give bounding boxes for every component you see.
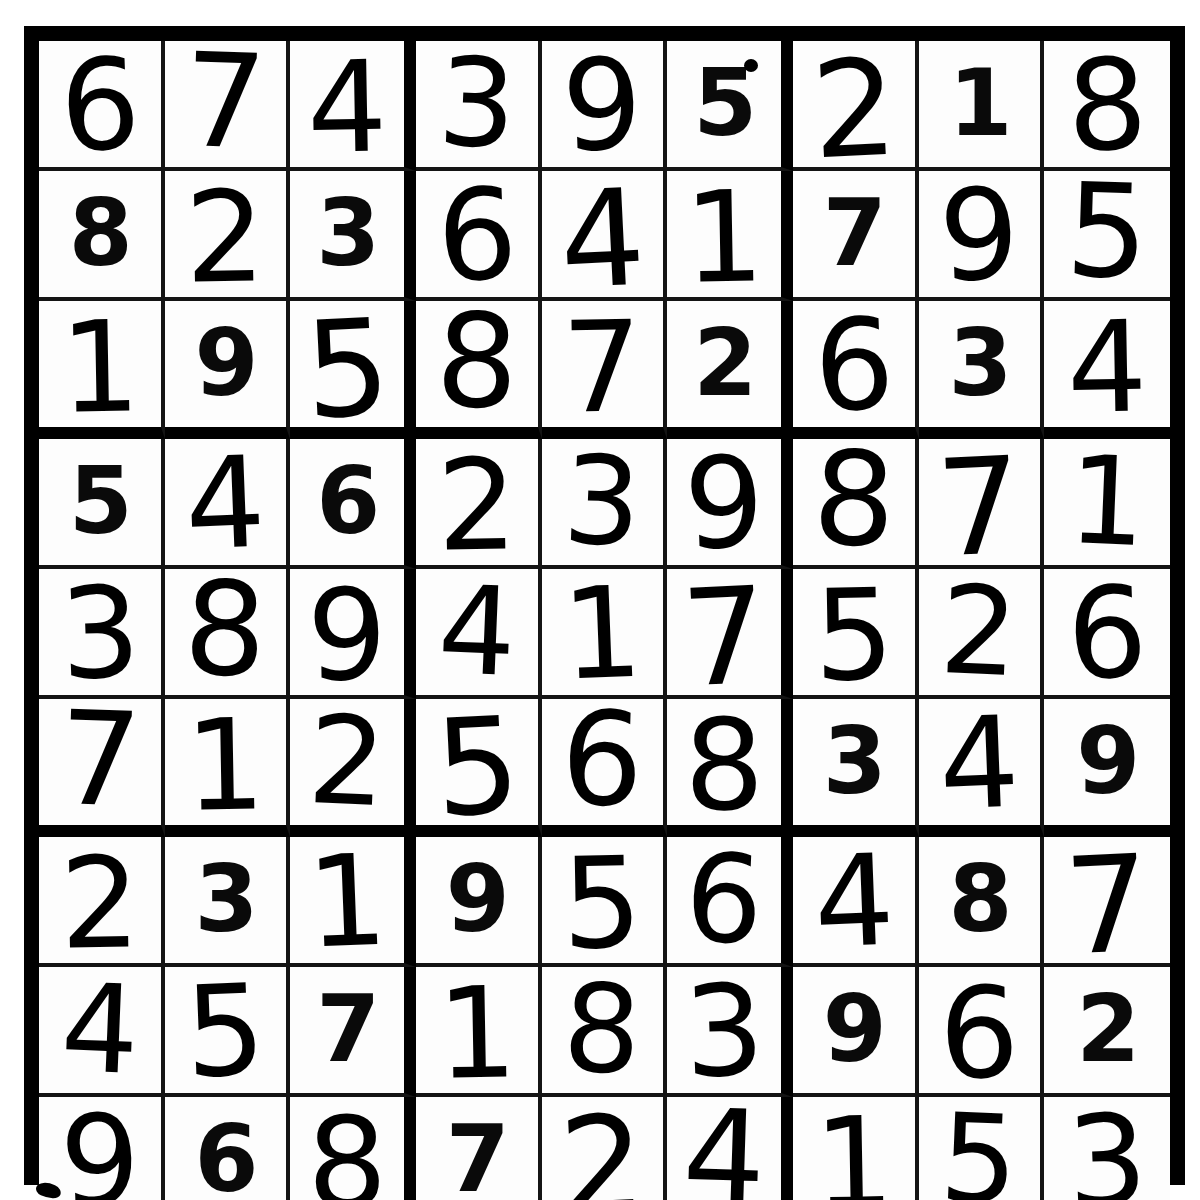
cell-r3c8[interactable]: 3	[919, 301, 1045, 439]
cell-r1c7[interactable]: 2	[793, 41, 919, 171]
handwritten-digit-r5c7: 5	[813, 572, 895, 699]
cell-r8c8[interactable]: 6	[919, 967, 1045, 1097]
handwritten-digit-r2c6: 1	[683, 174, 765, 301]
handwritten-digit-r6c1: 7	[57, 694, 144, 826]
handwritten-digit-r7c5: 5	[561, 840, 643, 967]
handwritten-digit-r4c9: 1	[1066, 439, 1149, 564]
cell-r9c4[interactable]: 7	[416, 1097, 542, 1200]
handwritten-digit-r4c6: 9	[682, 440, 767, 569]
handwritten-digit-r1c9: 8	[1065, 42, 1150, 171]
cell-r3c4[interactable]: 8	[416, 301, 542, 439]
cell-r8c6[interactable]: 3	[667, 967, 793, 1097]
cell-r2c1[interactable]: 8	[39, 171, 165, 301]
cell-r5c9[interactable]: 6	[1044, 569, 1170, 699]
given-digit-r8c7: 9	[823, 984, 885, 1076]
cell-r6c5[interactable]: 6	[542, 699, 668, 837]
cell-r3c3[interactable]: 5	[290, 301, 416, 439]
cell-r4c2[interactable]: 4	[165, 439, 291, 569]
cell-r8c3[interactable]: 7	[290, 967, 416, 1097]
cell-r7c4[interactable]: 9	[416, 837, 542, 967]
handwritten-digit-r4c2: 4	[183, 440, 268, 569]
cell-r7c3[interactable]: 1	[290, 837, 416, 967]
cell-r8c9[interactable]: 2	[1044, 967, 1170, 1097]
cell-r8c4[interactable]: 1	[416, 967, 542, 1097]
handwritten-digit-r4c5: 3	[561, 439, 644, 564]
given-digit-r6c7: 3	[823, 716, 885, 808]
given-digit-r8c3: 7	[316, 984, 378, 1076]
cell-r6c1[interactable]: 7	[39, 699, 165, 837]
cell-r5c5[interactable]: 1	[542, 569, 668, 699]
handwritten-digit-r1c2: 7	[182, 36, 269, 168]
cell-r8c2[interactable]: 5	[165, 967, 291, 1097]
cell-r9c6[interactable]: 4	[667, 1097, 793, 1200]
handwritten-digit-r1c5: 9	[560, 42, 645, 171]
handwritten-digit-r9c8: 5	[938, 1097, 1021, 1200]
cell-r6c6[interactable]: 8	[667, 699, 793, 837]
cell-r6c2[interactable]: 1	[165, 699, 291, 837]
given-digit-r2c7: 7	[823, 188, 885, 280]
handwritten-digit-r5c4: 4	[436, 569, 519, 694]
cell-r4c4[interactable]: 2	[416, 439, 542, 569]
cell-r3c7[interactable]: 6	[793, 301, 919, 439]
sudoku-board: 6743952188236417951958726345462398713894…	[24, 26, 1185, 1185]
cell-r2c8[interactable]: 9	[919, 171, 1045, 301]
cell-r4c5[interactable]: 3	[542, 439, 668, 569]
handwritten-digit-r2c5: 4	[557, 171, 648, 309]
cell-r3c6[interactable]: 2	[667, 301, 793, 439]
cell-r4c3[interactable]: 6	[290, 439, 416, 569]
cell-r8c5[interactable]: 8	[542, 967, 668, 1097]
cell-r3c1[interactable]: 1	[39, 301, 165, 439]
given-digit-r4c3: 6	[316, 456, 378, 548]
handwritten-digit-r6c6: 8	[683, 702, 765, 829]
handwritten-digit-r1c1: 6	[57, 42, 142, 171]
handwritten-digit-r8c6: 3	[682, 968, 767, 1097]
cell-r2c6[interactable]: 1	[667, 171, 793, 301]
cell-r7c2[interactable]: 3	[165, 837, 291, 967]
cell-r5c7[interactable]: 5	[793, 569, 919, 699]
cell-r2c2[interactable]: 2	[165, 171, 291, 301]
handwritten-digit-r5c5: 1	[560, 570, 645, 699]
handwritten-digit-r3c3: 5	[302, 301, 393, 439]
cell-r5c2[interactable]: 8	[165, 569, 291, 699]
handwritten-digit-r9c9: 3	[1065, 1098, 1150, 1200]
handwritten-digit-r6c2: 1	[184, 702, 266, 829]
cell-r9c5[interactable]: 2	[542, 1097, 668, 1200]
cell-r4c7[interactable]: 8	[793, 439, 919, 569]
given-digit-r7c8: 8	[948, 854, 1010, 946]
ink-dot-mark	[744, 59, 758, 72]
given-digit-r3c8: 3	[948, 318, 1010, 410]
cell-r6c7[interactable]: 3	[793, 699, 919, 837]
cell-r6c4[interactable]: 5	[416, 699, 542, 837]
cell-r4c6[interactable]: 9	[667, 439, 793, 569]
handwritten-digit-r8c8: 6	[938, 970, 1020, 1097]
handwritten-digit-r2c9: 5	[1064, 166, 1151, 298]
given-digit-r3c6: 2	[693, 318, 755, 410]
handwritten-digit-r6c5: 6	[559, 694, 646, 826]
handwritten-digit-r1c7: 2	[808, 41, 899, 179]
handwritten-digit-r8c5: 8	[561, 967, 644, 1092]
handwritten-digit-r7c9: 7	[1062, 837, 1153, 975]
given-digit-r7c4: 9	[446, 854, 508, 946]
cell-r7c7[interactable]: 4	[793, 837, 919, 967]
handwritten-digit-r9c6: 4	[681, 1092, 768, 1200]
handwritten-digit-r5c3: 9	[306, 572, 388, 699]
cell-r4c8[interactable]: 7	[919, 439, 1045, 569]
handwritten-digit-r9c3: 8	[306, 1100, 388, 1200]
cell-r9c8[interactable]: 5	[919, 1097, 1045, 1200]
cell-r7c6[interactable]: 6	[667, 837, 793, 967]
handwritten-digit-r3c9: 4	[1066, 304, 1148, 431]
handwritten-digit-r8c2: 5	[183, 968, 268, 1097]
cell-r9c3[interactable]: 8	[290, 1097, 416, 1200]
cell-r9c7[interactable]: 1	[793, 1097, 919, 1200]
cell-r1c8[interactable]: 1	[919, 41, 1045, 171]
handwritten-digit-r9c7: 1	[813, 1100, 895, 1200]
cell-r5c8[interactable]: 2	[919, 569, 1045, 699]
handwritten-digit-r3c5: 7	[561, 304, 643, 431]
handwritten-digit-r8c4: 1	[436, 970, 518, 1097]
cell-r5c4[interactable]: 4	[416, 569, 542, 699]
given-digit-r7c2: 3	[194, 854, 256, 946]
cell-r5c3[interactable]: 9	[290, 569, 416, 699]
cell-r1c5[interactable]: 9	[542, 41, 668, 171]
handwritten-digit-r4c4: 2	[436, 442, 518, 569]
given-digit-r1c8: 1	[948, 58, 1010, 150]
cell-r8c7[interactable]: 9	[793, 967, 919, 1097]
handwritten-digit-r7c3: 1	[305, 838, 390, 967]
cell-r9c1[interactable]: 9	[39, 1097, 165, 1200]
cell-r7c5[interactable]: 5	[542, 837, 668, 967]
handwritten-digit-r7c6: 6	[683, 837, 766, 962]
given-digit-r9c4: 7	[446, 1114, 508, 1200]
cell-r1c1[interactable]: 6	[39, 41, 165, 171]
handwritten-digit-r6c4: 5	[431, 699, 522, 837]
cell-r2c4[interactable]: 6	[416, 171, 542, 301]
given-digit-r2c3: 3	[316, 188, 378, 280]
given-digit-r9c2: 6	[194, 1114, 256, 1200]
handwritten-digit-r2c8: 9	[937, 172, 1022, 301]
handwritten-digit-r9c1: 9	[57, 1098, 142, 1200]
cell-r3c2[interactable]: 9	[165, 301, 291, 439]
given-digit-r6c9: 9	[1076, 716, 1138, 808]
given-digit-r8c9: 2	[1076, 984, 1138, 1076]
handwritten-digit-r3c4: 8	[434, 296, 521, 428]
cell-r2c7[interactable]: 7	[793, 171, 919, 301]
handwritten-digit-r3c7: 6	[811, 302, 896, 431]
cell-r6c3[interactable]: 2	[290, 699, 416, 837]
handwritten-digit-r1c4: 3	[436, 41, 519, 166]
cell-r9c9[interactable]: 3	[1044, 1097, 1170, 1200]
cell-r1c2[interactable]: 7	[165, 41, 291, 171]
handwritten-digit-r6c3: 2	[306, 699, 389, 824]
cell-r4c9[interactable]: 1	[1044, 439, 1170, 569]
handwritten-digit-r3c1: 1	[59, 304, 141, 431]
cell-r2c3[interactable]: 3	[290, 171, 416, 301]
cell-r2c9[interactable]: 5	[1044, 171, 1170, 301]
handwritten-digit-r7c7: 4	[811, 838, 896, 967]
cell-r7c9[interactable]: 7	[1044, 837, 1170, 967]
cell-r3c5[interactable]: 7	[542, 301, 668, 439]
cell-r3c9[interactable]: 4	[1044, 301, 1170, 439]
handwritten-digit-r8c1: 4	[59, 967, 142, 1092]
cell-r1c9[interactable]: 8	[1044, 41, 1170, 171]
cell-r5c1[interactable]: 3	[39, 569, 165, 699]
handwritten-digit-r2c4: 6	[434, 172, 519, 301]
handwritten-digit-r5c8: 2	[938, 569, 1021, 694]
handwritten-digit-r1c3: 4	[306, 44, 388, 171]
cell-r2c5[interactable]: 4	[542, 171, 668, 301]
handwritten-digit-r7c1: 2	[59, 840, 141, 967]
cell-r1c6[interactable]: 5	[667, 41, 793, 171]
cell-r7c1[interactable]: 2	[39, 837, 165, 967]
handwritten-digit-r5c6: 7	[679, 569, 770, 707]
given-digit-r1c6: 5	[693, 58, 755, 150]
given-digit-r4c1: 5	[69, 456, 131, 548]
cell-r6c9[interactable]: 9	[1044, 699, 1170, 837]
cell-r7c8[interactable]: 8	[919, 837, 1045, 967]
handwritten-digit-r4c8: 7	[934, 439, 1025, 577]
handwritten-digit-r5c9: 6	[1065, 570, 1150, 699]
handwritten-digit-r5c1: 3	[57, 570, 142, 699]
cell-r5c6[interactable]: 7	[667, 569, 793, 699]
handwritten-digit-r9c5: 2	[557, 1097, 648, 1200]
cell-r9c2[interactable]: 6	[165, 1097, 291, 1200]
cell-r1c4[interactable]: 3	[416, 41, 542, 171]
given-digit-r3c2: 9	[194, 318, 256, 410]
sudoku-page: 6743952188236417951958726345462398713894…	[0, 0, 1200, 1200]
cell-r8c1[interactable]: 4	[39, 967, 165, 1097]
handwritten-digit-r5c2: 8	[182, 564, 269, 696]
cell-r6c8[interactable]: 4	[919, 699, 1045, 837]
handwritten-digit-r2c2: 2	[184, 174, 266, 301]
handwritten-digit-r4c7: 8	[811, 434, 898, 566]
handwritten-digit-r6c8: 4	[937, 700, 1022, 829]
cell-r4c1[interactable]: 5	[39, 439, 165, 569]
given-digit-r2c1: 8	[69, 188, 131, 280]
cell-r1c3[interactable]: 4	[290, 41, 416, 171]
